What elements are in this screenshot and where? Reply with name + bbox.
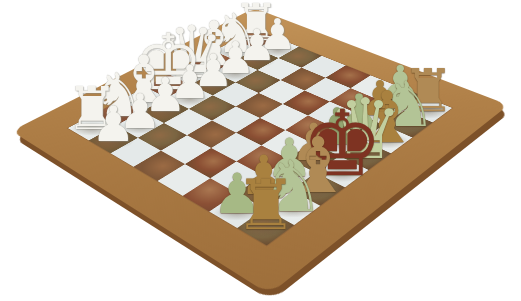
green-rook: ♜ — [235, 171, 297, 240]
white-pawn: ♟ — [91, 100, 135, 149]
product-photo-scene: ♜♟♞♟♝♟♛♟♚♟♟♝♜♟♟♞♞♟♟♜♝♟♟♛♟♚♟♝♟♞♟♜ — [0, 0, 521, 301]
